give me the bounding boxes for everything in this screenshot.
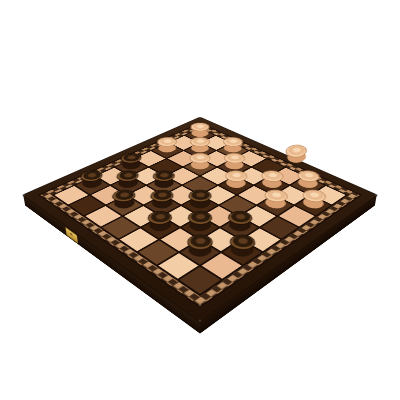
- light-piece: [187, 160, 213, 173]
- light-piece: [222, 178, 250, 193]
- brass-clasp: [65, 227, 78, 244]
- board-tilt-wrapper: [23, 117, 377, 321]
- dark-piece: [184, 242, 216, 262]
- board-frame: [23, 117, 377, 321]
- product-photo-scene: [0, 0, 400, 400]
